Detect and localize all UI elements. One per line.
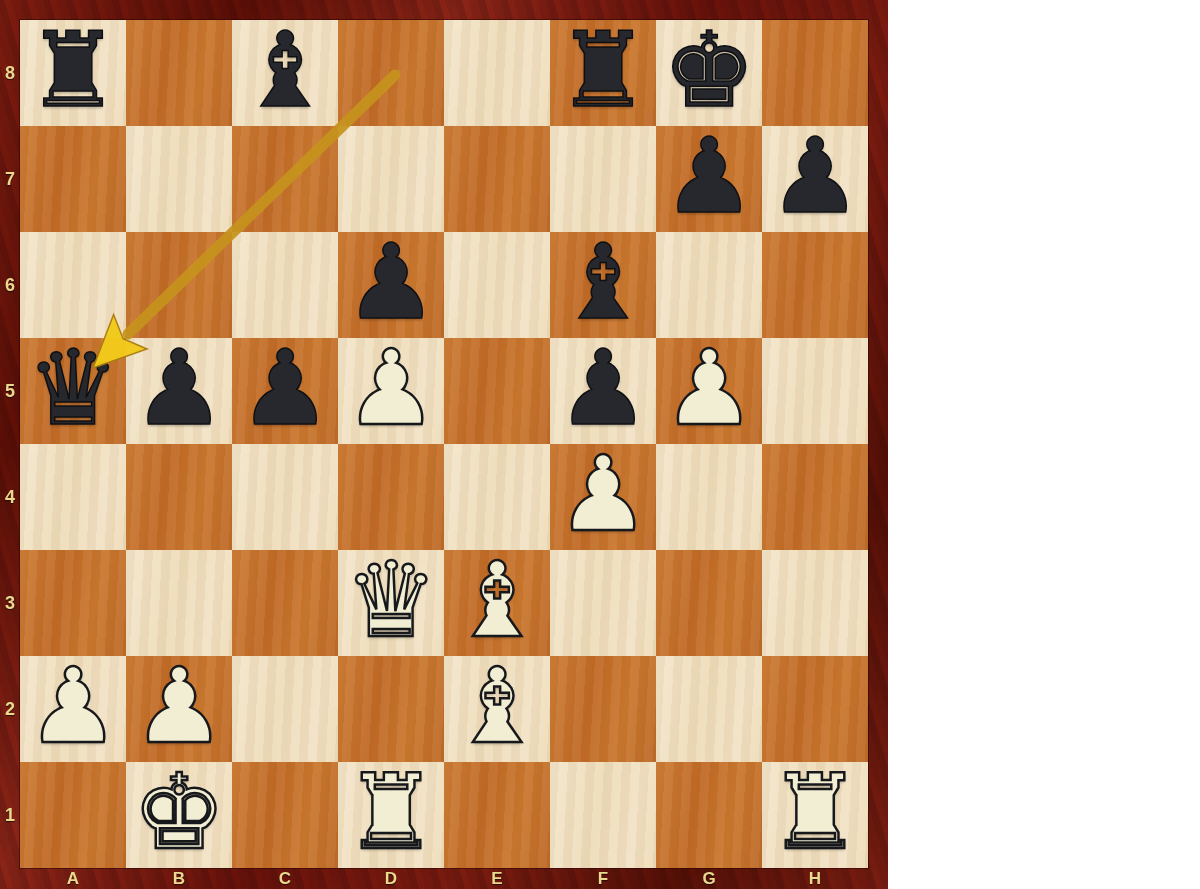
square-c6[interactable] [232,232,338,338]
square-e7[interactable] [444,126,550,232]
square-h6[interactable] [762,232,868,338]
square-f6[interactable]: ♝ [550,232,656,338]
square-f4[interactable]: ♟ [550,444,656,550]
rank-label-5: 5 [0,338,20,444]
square-d1[interactable]: ♜ [338,762,444,868]
square-f3[interactable] [550,550,656,656]
chess-board: ♜♝♜♚♟♟♟♝♛♟♟♟♟♟♟♛♝♟♟♝♚♜♜ 87654321 ABCDEFG… [0,0,888,889]
rank-label-6: 6 [0,232,20,338]
white-rook-d1[interactable]: ♜ [338,762,444,868]
white-pawn-f4[interactable]: ♟ [550,444,656,550]
square-e1[interactable] [444,762,550,868]
square-d3[interactable]: ♛ [338,550,444,656]
rank-label-7: 7 [0,126,20,232]
square-b6[interactable] [126,232,232,338]
square-f8[interactable]: ♜ [550,20,656,126]
square-e2[interactable]: ♝ [444,656,550,762]
board-grid: ♜♝♜♚♟♟♟♝♛♟♟♟♟♟♟♛♝♟♟♝♚♜♜ [20,20,868,868]
white-rook-h1[interactable]: ♜ [762,762,868,868]
square-f7[interactable] [550,126,656,232]
square-e6[interactable] [444,232,550,338]
white-pawn-d5[interactable]: ♟ [338,338,444,444]
square-h5[interactable] [762,338,868,444]
file-label-g: G [656,868,762,889]
square-h7[interactable]: ♟ [762,126,868,232]
black-pawn-h7[interactable]: ♟ [762,126,868,232]
file-label-a: A [20,868,126,889]
file-label-e: E [444,868,550,889]
file-label-c: C [232,868,338,889]
black-pawn-b5[interactable]: ♟ [126,338,232,444]
file-label-d: D [338,868,444,889]
square-g2[interactable] [656,656,762,762]
file-label-h: H [762,868,868,889]
black-bishop-f6[interactable]: ♝ [550,232,656,338]
rank-label-8: 8 [0,20,20,126]
square-h1[interactable]: ♜ [762,762,868,868]
white-bishop-e2[interactable]: ♝ [444,656,550,762]
square-f2[interactable] [550,656,656,762]
square-e3[interactable]: ♝ [444,550,550,656]
square-b4[interactable] [126,444,232,550]
white-bishop-e3[interactable]: ♝ [444,550,550,656]
square-g1[interactable] [656,762,762,868]
rank-label-4: 4 [0,444,20,550]
rank-label-3: 3 [0,550,20,656]
square-a6[interactable] [20,232,126,338]
square-c8[interactable]: ♝ [232,20,338,126]
square-b1[interactable]: ♚ [126,762,232,868]
square-b2[interactable]: ♟ [126,656,232,762]
square-g5[interactable]: ♟ [656,338,762,444]
white-pawn-b2[interactable]: ♟ [126,656,232,762]
white-king-b1[interactable]: ♚ [126,762,232,868]
black-pawn-c5[interactable]: ♟ [232,338,338,444]
file-label-b: B [126,868,232,889]
square-c4[interactable] [232,444,338,550]
screenshot-root: { "game": "chess", "board": { "files": [… [0,0,1200,889]
square-c5[interactable]: ♟ [232,338,338,444]
square-c2[interactable] [232,656,338,762]
square-d7[interactable] [338,126,444,232]
square-g4[interactable] [656,444,762,550]
square-d2[interactable] [338,656,444,762]
square-a8[interactable]: ♜ [20,20,126,126]
square-a2[interactable]: ♟ [20,656,126,762]
square-a3[interactable] [20,550,126,656]
square-g6[interactable] [656,232,762,338]
square-a7[interactable] [20,126,126,232]
square-a5[interactable]: ♛ [20,338,126,444]
square-d8[interactable] [338,20,444,126]
square-g8[interactable]: ♚ [656,20,762,126]
white-pawn-a2[interactable]: ♟ [20,656,126,762]
black-pawn-f5[interactable]: ♟ [550,338,656,444]
square-c1[interactable] [232,762,338,868]
square-e5[interactable] [444,338,550,444]
black-queen-a5[interactable]: ♛ [20,338,126,444]
square-d4[interactable] [338,444,444,550]
square-f1[interactable] [550,762,656,868]
black-pawn-d6[interactable]: ♟ [338,232,444,338]
square-d6[interactable]: ♟ [338,232,444,338]
square-b3[interactable] [126,550,232,656]
white-queen-d3[interactable]: ♛ [338,550,444,656]
square-b8[interactable] [126,20,232,126]
square-c3[interactable] [232,550,338,656]
square-b7[interactable] [126,126,232,232]
white-pawn-g5[interactable]: ♟ [656,338,762,444]
black-rook-a8[interactable]: ♜ [20,20,126,126]
square-c7[interactable] [232,126,338,232]
black-king-g8[interactable]: ♚ [656,20,762,126]
square-d5[interactable]: ♟ [338,338,444,444]
square-g7[interactable]: ♟ [656,126,762,232]
square-b5[interactable]: ♟ [126,338,232,444]
square-a1[interactable] [20,762,126,868]
square-h8[interactable] [762,20,868,126]
file-label-f: F [550,868,656,889]
black-rook-f8[interactable]: ♜ [550,20,656,126]
square-f5[interactable]: ♟ [550,338,656,444]
black-pawn-g7[interactable]: ♟ [656,126,762,232]
square-h2[interactable] [762,656,868,762]
square-h3[interactable] [762,550,868,656]
rank-label-1: 1 [0,762,20,868]
square-e8[interactable] [444,20,550,126]
black-bishop-c8[interactable]: ♝ [232,20,338,126]
square-a4[interactable] [20,444,126,550]
square-h4[interactable] [762,444,868,550]
rank-label-2: 2 [0,656,20,762]
square-e4[interactable] [444,444,550,550]
square-g3[interactable] [656,550,762,656]
